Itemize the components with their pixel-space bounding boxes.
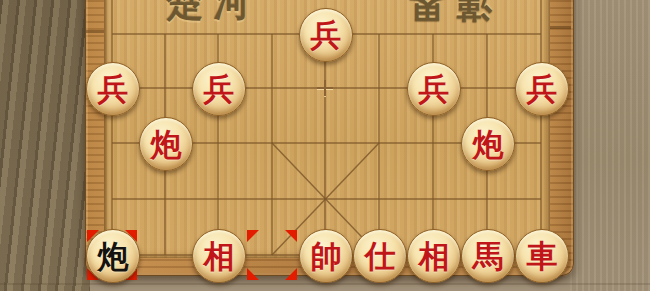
piece-red-advisor[interactable]: 仕 — [353, 229, 407, 283]
piece-red-soldier[interactable]: 兵 — [192, 62, 246, 116]
piece-red-elephant[interactable]: 相 — [192, 229, 246, 283]
piece-red-chariot[interactable]: 車 — [515, 229, 569, 283]
piece-glyph: 相 — [419, 241, 450, 272]
piece-red-soldier[interactable]: 兵 — [515, 62, 569, 116]
frame-joint-right — [550, 26, 571, 29]
piece-glyph: 相 — [204, 241, 235, 272]
piece-glyph: 兵 — [204, 74, 235, 105]
piece-red-horse[interactable]: 馬 — [461, 229, 515, 283]
piece-red-general[interactable]: 帥 — [299, 229, 353, 283]
piece-glyph: 馬 — [473, 241, 504, 272]
frame-joint-left — [86, 30, 104, 33]
piece-red-soldier[interactable]: 兵 — [86, 62, 140, 116]
piece-glyph: 帥 — [311, 241, 342, 272]
piece-red-cannon[interactable]: 炮 — [461, 117, 515, 171]
table-wood-right — [570, 0, 650, 291]
piece-black-cannon[interactable]: 炮 — [86, 229, 140, 283]
piece-glyph: 兵 — [98, 74, 129, 105]
piece-red-cannon[interactable]: 炮 — [139, 117, 193, 171]
xiangqi-game-screen: 楚河 漢界 兵兵兵兵兵炮炮炮相帥仕相馬車 — [0, 0, 650, 291]
piece-red-soldier[interactable]: 兵 — [299, 8, 353, 62]
table-wood-left — [0, 0, 90, 291]
piece-glyph: 炮 — [151, 129, 182, 160]
piece-glyph: 炮 — [98, 241, 129, 272]
piece-glyph: 兵 — [311, 20, 342, 51]
piece-glyph: 炮 — [473, 129, 504, 160]
piece-glyph: 兵 — [527, 74, 558, 105]
piece-glyph: 車 — [527, 241, 558, 272]
piece-glyph: 仕 — [365, 241, 396, 272]
piece-red-soldier[interactable]: 兵 — [407, 62, 461, 116]
piece-red-elephant[interactable]: 相 — [407, 229, 461, 283]
piece-glyph: 兵 — [419, 74, 450, 105]
table-seam — [0, 283, 650, 285]
